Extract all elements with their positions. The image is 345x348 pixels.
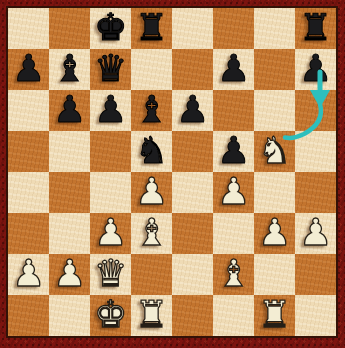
black-pawn-h7[interactable]: ♟	[299, 48, 332, 89]
square-c1[interactable]: ♚	[90, 295, 131, 336]
square-a2[interactable]: ♟	[8, 254, 49, 295]
black-pawn-f5[interactable]: ♟	[217, 130, 250, 171]
square-d2[interactable]	[131, 254, 172, 295]
square-d8[interactable]: ♜	[131, 8, 172, 49]
square-b8[interactable]	[49, 8, 90, 49]
square-c7[interactable]: ♛	[90, 49, 131, 90]
square-e8[interactable]	[172, 8, 213, 49]
white-bishop-f2[interactable]: ♝	[217, 253, 250, 294]
square-a1[interactable]	[8, 295, 49, 336]
white-knight-g5[interactable]: ♞	[258, 130, 291, 171]
square-e4[interactable]	[172, 172, 213, 213]
black-bishop-d6[interactable]: ♝	[135, 89, 168, 130]
square-a3[interactable]	[8, 213, 49, 254]
chess-board[interactable]: ♚♜♜♟♝♛♟♟♟♟♝♟♞♟♞♟♟♟♝♟♟♟♟♛♝♚♜♜	[8, 8, 336, 336]
square-f7[interactable]: ♟	[213, 49, 254, 90]
square-a6[interactable]	[8, 90, 49, 131]
square-b1[interactable]	[49, 295, 90, 336]
square-g8[interactable]	[254, 8, 295, 49]
square-a7[interactable]: ♟	[8, 49, 49, 90]
square-d6[interactable]: ♝	[131, 90, 172, 131]
square-f3[interactable]	[213, 213, 254, 254]
white-rook-g1[interactable]: ♜	[258, 294, 291, 335]
white-pawn-h3[interactable]: ♟	[299, 212, 332, 253]
square-c5[interactable]	[90, 131, 131, 172]
square-b6[interactable]: ♟	[49, 90, 90, 131]
white-pawn-c3[interactable]: ♟	[94, 212, 127, 253]
square-f1[interactable]	[213, 295, 254, 336]
square-h6[interactable]	[295, 90, 336, 131]
square-e3[interactable]	[172, 213, 213, 254]
black-bishop-b7[interactable]: ♝	[53, 48, 86, 89]
white-king-c1[interactable]: ♚	[94, 294, 127, 335]
square-h3[interactable]: ♟	[295, 213, 336, 254]
black-pawn-b6[interactable]: ♟	[53, 89, 86, 130]
square-c8[interactable]: ♚	[90, 8, 131, 49]
square-h4[interactable]	[295, 172, 336, 213]
white-queen-c2[interactable]: ♛	[94, 253, 127, 294]
square-b5[interactable]	[49, 131, 90, 172]
black-rook-d8[interactable]: ♜	[135, 7, 168, 48]
black-queen-c7[interactable]: ♛	[94, 48, 127, 89]
square-c2[interactable]: ♛	[90, 254, 131, 295]
square-g4[interactable]	[254, 172, 295, 213]
white-rook-d1[interactable]: ♜	[135, 294, 168, 335]
square-d5[interactable]: ♞	[131, 131, 172, 172]
square-d7[interactable]	[131, 49, 172, 90]
square-f6[interactable]	[213, 90, 254, 131]
white-pawn-b2[interactable]: ♟	[53, 253, 86, 294]
square-e2[interactable]	[172, 254, 213, 295]
square-d1[interactable]: ♜	[131, 295, 172, 336]
square-g5[interactable]: ♞	[254, 131, 295, 172]
square-f5[interactable]: ♟	[213, 131, 254, 172]
black-knight-d5[interactable]: ♞	[135, 130, 168, 171]
square-f4[interactable]: ♟	[213, 172, 254, 213]
square-g7[interactable]	[254, 49, 295, 90]
square-g1[interactable]: ♜	[254, 295, 295, 336]
square-h1[interactable]	[295, 295, 336, 336]
square-h5[interactable]	[295, 131, 336, 172]
white-bishop-d3[interactable]: ♝	[135, 212, 168, 253]
square-a4[interactable]	[8, 172, 49, 213]
black-pawn-e6[interactable]: ♟	[176, 89, 209, 130]
black-pawn-a7[interactable]: ♟	[12, 48, 45, 89]
square-c3[interactable]: ♟	[90, 213, 131, 254]
square-f8[interactable]	[213, 8, 254, 49]
square-a8[interactable]	[8, 8, 49, 49]
square-e1[interactable]	[172, 295, 213, 336]
black-rook-h8[interactable]: ♜	[299, 7, 332, 48]
square-e7[interactable]	[172, 49, 213, 90]
square-g2[interactable]	[254, 254, 295, 295]
square-e5[interactable]	[172, 131, 213, 172]
chess-diagram: ♚♜♜♟♝♛♟♟♟♟♝♟♞♟♞♟♟♟♝♟♟♟♟♛♝♚♜♜	[0, 0, 345, 348]
white-pawn-g3[interactable]: ♟	[258, 212, 291, 253]
white-pawn-f4[interactable]: ♟	[217, 171, 250, 212]
square-d4[interactable]: ♟	[131, 172, 172, 213]
white-pawn-a2[interactable]: ♟	[12, 253, 45, 294]
square-g6[interactable]	[254, 90, 295, 131]
white-pawn-d4[interactable]: ♟	[135, 171, 168, 212]
black-king-c8[interactable]: ♚	[94, 7, 127, 48]
square-h8[interactable]: ♜	[295, 8, 336, 49]
square-c4[interactable]	[90, 172, 131, 213]
square-f2[interactable]: ♝	[213, 254, 254, 295]
black-pawn-f7[interactable]: ♟	[217, 48, 250, 89]
square-h2[interactable]	[295, 254, 336, 295]
square-a5[interactable]	[8, 131, 49, 172]
square-e6[interactable]: ♟	[172, 90, 213, 131]
square-b2[interactable]: ♟	[49, 254, 90, 295]
square-h7[interactable]: ♟	[295, 49, 336, 90]
square-d3[interactable]: ♝	[131, 213, 172, 254]
square-b3[interactable]	[49, 213, 90, 254]
black-pawn-c6[interactable]: ♟	[94, 89, 127, 130]
square-b4[interactable]	[49, 172, 90, 213]
square-c6[interactable]: ♟	[90, 90, 131, 131]
square-g3[interactable]: ♟	[254, 213, 295, 254]
square-b7[interactable]: ♝	[49, 49, 90, 90]
